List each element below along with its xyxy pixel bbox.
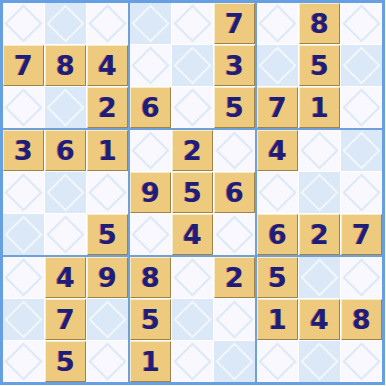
diamond-icon bbox=[342, 88, 380, 126]
cell-r5c5: 5 bbox=[172, 172, 213, 213]
box-1: 7842 bbox=[3, 3, 128, 128]
diamond-icon bbox=[131, 46, 169, 84]
cell-r3c4: 6 bbox=[130, 87, 171, 128]
diamond-icon bbox=[4, 215, 42, 253]
cell-r6c2[interactable] bbox=[45, 214, 86, 255]
cell-r3c5[interactable] bbox=[172, 87, 213, 128]
cell-r7c1[interactable] bbox=[3, 257, 44, 298]
diamond-icon bbox=[173, 258, 211, 296]
cell-r9c1[interactable] bbox=[3, 341, 44, 382]
cell-r1c1[interactable] bbox=[3, 3, 44, 44]
cell-r9c4: 1 bbox=[130, 341, 171, 382]
box-9: 5148 bbox=[257, 257, 382, 382]
cell-r1c7[interactable] bbox=[257, 3, 298, 44]
cell-r7c3: 9 bbox=[87, 257, 128, 298]
diamond-icon bbox=[4, 258, 42, 296]
cell-r8c5[interactable] bbox=[172, 299, 213, 340]
diamond-icon bbox=[4, 300, 42, 338]
cell-r8c2: 7 bbox=[45, 299, 86, 340]
diamond-icon bbox=[4, 173, 42, 211]
box-5: 29564 bbox=[130, 130, 255, 255]
cell-r1c2[interactable] bbox=[45, 3, 86, 44]
cell-r7c7: 5 bbox=[257, 257, 298, 298]
cell-r1c5[interactable] bbox=[172, 3, 213, 44]
box-7: 4975 bbox=[3, 257, 128, 382]
cell-r8c7: 1 bbox=[257, 299, 298, 340]
diamond-icon bbox=[215, 342, 253, 380]
cell-r4c8[interactable] bbox=[299, 130, 340, 171]
cell-r5c4: 9 bbox=[130, 172, 171, 213]
cell-r5c9[interactable] bbox=[341, 172, 382, 213]
diamond-icon bbox=[46, 4, 84, 42]
cell-r9c5[interactable] bbox=[172, 341, 213, 382]
cell-r9c2: 5 bbox=[45, 341, 86, 382]
cell-r9c8[interactable] bbox=[299, 341, 340, 382]
cell-r6c4[interactable] bbox=[130, 214, 171, 255]
diamond-icon bbox=[300, 131, 338, 169]
diamond-icon bbox=[215, 300, 253, 338]
cell-r2c4[interactable] bbox=[130, 45, 171, 86]
cell-r2c2: 8 bbox=[45, 45, 86, 86]
cell-r7c6: 2 bbox=[214, 257, 255, 298]
diamond-icon bbox=[173, 46, 211, 84]
diamond-icon bbox=[4, 4, 42, 42]
diamond-icon bbox=[173, 342, 211, 380]
cell-r3c2[interactable] bbox=[45, 87, 86, 128]
cell-r9c6[interactable] bbox=[214, 341, 255, 382]
cell-r7c4: 8 bbox=[130, 257, 171, 298]
cell-r8c1[interactable] bbox=[3, 299, 44, 340]
cell-r7c5[interactable] bbox=[172, 257, 213, 298]
diamond-icon bbox=[4, 342, 42, 380]
diamond-icon bbox=[300, 258, 338, 296]
diamond-icon bbox=[215, 215, 253, 253]
diamond-icon bbox=[46, 173, 84, 211]
cell-r2c3: 4 bbox=[87, 45, 128, 86]
cell-r6c5: 4 bbox=[172, 214, 213, 255]
cell-r3c1[interactable] bbox=[3, 87, 44, 128]
cell-r2c6: 3 bbox=[214, 45, 255, 86]
cell-r5c6: 6 bbox=[214, 172, 255, 213]
diamond-icon bbox=[215, 131, 253, 169]
diamond-icon bbox=[300, 342, 338, 380]
cell-r2c1: 7 bbox=[3, 45, 44, 86]
cell-r5c3[interactable] bbox=[87, 172, 128, 213]
cell-r7c8[interactable] bbox=[299, 257, 340, 298]
cell-r3c9[interactable] bbox=[341, 87, 382, 128]
cell-r4c4[interactable] bbox=[130, 130, 171, 171]
diamond-icon bbox=[258, 46, 296, 84]
diamond-icon bbox=[131, 215, 169, 253]
diamond-icon bbox=[4, 88, 42, 126]
cell-r4c9[interactable] bbox=[341, 130, 382, 171]
cell-r5c1[interactable] bbox=[3, 172, 44, 213]
cell-r3c7: 7 bbox=[257, 87, 298, 128]
cell-r4c6[interactable] bbox=[214, 130, 255, 171]
cell-r5c7[interactable] bbox=[257, 172, 298, 213]
cell-r5c2[interactable] bbox=[45, 172, 86, 213]
diamond-icon bbox=[173, 88, 211, 126]
cell-r4c1: 3 bbox=[3, 130, 44, 171]
cell-r8c4: 5 bbox=[130, 299, 171, 340]
cell-r4c7: 4 bbox=[257, 130, 298, 171]
diamond-icon bbox=[342, 131, 380, 169]
cell-r6c6[interactable] bbox=[214, 214, 255, 255]
cell-r9c7[interactable] bbox=[257, 341, 298, 382]
cell-r8c6[interactable] bbox=[214, 299, 255, 340]
cell-r1c4[interactable] bbox=[130, 3, 171, 44]
diamond-icon bbox=[173, 300, 211, 338]
cell-r2c5[interactable] bbox=[172, 45, 213, 86]
diamond-icon bbox=[342, 46, 380, 84]
diamond-icon bbox=[173, 4, 211, 42]
cell-r2c9[interactable] bbox=[341, 45, 382, 86]
box-6: 4627 bbox=[257, 130, 382, 255]
diamond-icon bbox=[258, 173, 296, 211]
box-8: 8251 bbox=[130, 257, 255, 382]
diamond-icon bbox=[258, 4, 296, 42]
cell-r9c9[interactable] bbox=[341, 341, 382, 382]
sudoku-board: 7842736585713615295644627497582515148 bbox=[0, 0, 385, 385]
cell-r1c9[interactable] bbox=[341, 3, 382, 44]
diamond-icon bbox=[88, 173, 126, 211]
cell-r2c7[interactable] bbox=[257, 45, 298, 86]
cell-r6c3: 5 bbox=[87, 214, 128, 255]
cell-r2c8: 5 bbox=[299, 45, 340, 86]
cell-r6c9: 7 bbox=[341, 214, 382, 255]
cell-r4c5: 2 bbox=[172, 130, 213, 171]
diamond-icon bbox=[258, 342, 296, 380]
diamond-icon bbox=[88, 300, 126, 338]
cell-r3c6: 5 bbox=[214, 87, 255, 128]
diamond-icon bbox=[131, 131, 169, 169]
box-3: 8571 bbox=[257, 3, 382, 128]
diamond-icon bbox=[88, 342, 126, 380]
diamond-icon bbox=[131, 4, 169, 42]
cell-r1c8: 8 bbox=[299, 3, 340, 44]
cell-r8c8: 4 bbox=[299, 299, 340, 340]
cell-r3c3: 2 bbox=[87, 87, 128, 128]
cell-r8c9: 8 bbox=[341, 299, 382, 340]
box-4: 3615 bbox=[3, 130, 128, 255]
cell-r7c2: 4 bbox=[45, 257, 86, 298]
cell-r8c3[interactable] bbox=[87, 299, 128, 340]
cell-r1c6: 7 bbox=[214, 3, 255, 44]
cell-r3c8: 1 bbox=[299, 87, 340, 128]
cell-r1c3[interactable] bbox=[87, 3, 128, 44]
cell-r4c3: 1 bbox=[87, 130, 128, 171]
diamond-icon bbox=[46, 215, 84, 253]
cell-r4c2: 6 bbox=[45, 130, 86, 171]
cell-r9c3[interactable] bbox=[87, 341, 128, 382]
diamond-icon bbox=[342, 258, 380, 296]
diamond-icon bbox=[342, 173, 380, 211]
diamond-icon bbox=[342, 4, 380, 42]
diamond-icon bbox=[300, 173, 338, 211]
box-2: 7365 bbox=[130, 3, 255, 128]
cell-r6c8: 2 bbox=[299, 214, 340, 255]
diamond-icon bbox=[342, 342, 380, 380]
cell-r7c9[interactable] bbox=[341, 257, 382, 298]
cell-r5c8[interactable] bbox=[299, 172, 340, 213]
cell-r6c7: 6 bbox=[257, 214, 298, 255]
diamond-icon bbox=[46, 88, 84, 126]
cell-r6c1[interactable] bbox=[3, 214, 44, 255]
diamond-icon bbox=[88, 4, 126, 42]
